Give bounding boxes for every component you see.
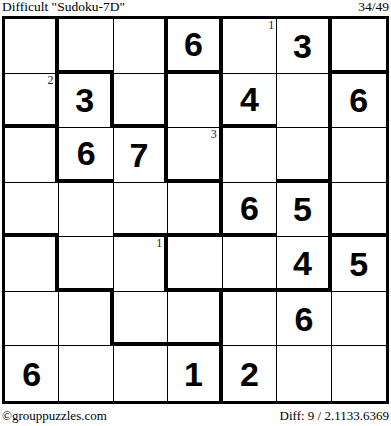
given-digit-r1c4: 6 <box>184 27 203 61</box>
corner-mark-r2c1: 2 <box>47 74 53 87</box>
cell-r1c1[interactable] <box>5 19 59 74</box>
cell-r1c7[interactable] <box>332 19 386 74</box>
cell-r4c2[interactable] <box>59 183 113 238</box>
puzzle-title: Difficult "Sudoku-7D" <box>2 0 125 14</box>
cell-r2c7[interactable]: 6 <box>332 74 386 129</box>
cell-r5c2[interactable] <box>59 237 113 292</box>
given-digit-r2c2: 3 <box>75 83 94 117</box>
cell-r6c4[interactable] <box>168 292 222 347</box>
cell-r7c1[interactable]: 6 <box>5 346 59 401</box>
cell-r3c3[interactable]: 7 <box>114 128 168 183</box>
cell-r3c6[interactable] <box>277 128 331 183</box>
cell-r4c7[interactable] <box>332 183 386 238</box>
cell-r2c5[interactable]: 4 <box>223 74 277 129</box>
cell-r5c6[interactable]: 4 <box>277 237 331 292</box>
cell-r5c3[interactable]: 1 <box>114 237 168 292</box>
cell-r3c7[interactable] <box>332 128 386 183</box>
cell-r3c1[interactable] <box>5 128 59 183</box>
cell-r2c6[interactable] <box>277 74 331 129</box>
cell-r2c2[interactable]: 3 <box>59 74 113 129</box>
cell-r2c4[interactable] <box>168 74 222 129</box>
cell-r7c3[interactable] <box>114 346 168 401</box>
corner-mark-r3c4: 3 <box>211 128 217 141</box>
header: Difficult "Sudoku-7D" 34/49 <box>2 0 389 15</box>
cell-r3c2[interactable]: 6 <box>59 128 113 183</box>
cell-r6c2[interactable] <box>59 292 113 347</box>
cell-r7c4[interactable]: 1 <box>168 346 222 401</box>
cell-r4c5[interactable]: 6 <box>223 183 277 238</box>
cell-r6c3[interactable] <box>114 292 168 347</box>
given-digit-r5c6: 4 <box>293 246 312 280</box>
given-digit-r7c5: 2 <box>240 357 259 391</box>
corner-mark-r5c3: 1 <box>156 237 162 250</box>
given-digit-r4c6: 5 <box>293 192 312 226</box>
cell-r7c5[interactable]: 2 <box>223 346 277 401</box>
cell-r1c6[interactable]: 3 <box>277 19 331 74</box>
given-digit-r7c4: 1 <box>184 357 203 391</box>
cell-r5c7[interactable]: 5 <box>332 237 386 292</box>
cell-r2c1[interactable]: 2 <box>5 74 59 129</box>
cell-r7c6[interactable] <box>277 346 331 401</box>
given-digit-r2c5: 4 <box>240 82 259 116</box>
cell-r5c1[interactable] <box>5 237 59 292</box>
cell-r4c4[interactable] <box>168 183 222 238</box>
given-digit-r7c1: 6 <box>22 357 41 391</box>
cell-r5c4[interactable] <box>168 237 222 292</box>
footer: ©grouppuzzles.com Diff: 9 / 2.1133.6369 <box>2 408 389 426</box>
cell-r1c5[interactable]: 1 <box>223 19 277 74</box>
sudoku-grid: 6132346673651456612 <box>2 16 389 404</box>
given-digit-r1c6: 3 <box>293 29 312 63</box>
cell-r3c5[interactable] <box>223 128 277 183</box>
given-digit-r2c7: 6 <box>349 83 368 117</box>
copyright-text: ©grouppuzzles.com <box>2 408 107 423</box>
cell-r6c7[interactable] <box>332 292 386 347</box>
puzzle-page: Difficult "Sudoku-7D" 34/49 613234667365… <box>0 0 391 426</box>
given-digit-r3c3: 7 <box>130 138 149 172</box>
puzzle-counter: 34/49 <box>358 0 389 14</box>
cell-r4c6[interactable]: 5 <box>277 183 331 238</box>
cell-r6c5[interactable] <box>223 292 277 347</box>
difficulty-text: Diff: 9 / 2.1133.6369 <box>280 408 389 423</box>
cell-r1c4[interactable]: 6 <box>168 19 222 74</box>
cell-r7c2[interactable] <box>59 346 113 401</box>
cell-r6c6[interactable]: 6 <box>277 292 331 347</box>
cell-r2c3[interactable] <box>114 74 168 129</box>
cell-r6c1[interactable] <box>5 292 59 347</box>
cell-r1c2[interactable] <box>59 19 113 74</box>
given-digit-r3c2: 6 <box>77 136 96 170</box>
given-digit-r4c5: 6 <box>240 191 259 225</box>
corner-mark-r1c5: 1 <box>268 19 274 32</box>
cell-r4c1[interactable] <box>5 183 59 238</box>
given-digit-r6c6: 6 <box>294 302 313 336</box>
cell-r3c4[interactable]: 3 <box>168 128 222 183</box>
cell-r5c5[interactable] <box>223 237 277 292</box>
cell-r4c3[interactable] <box>114 183 168 238</box>
cell-r1c3[interactable] <box>114 19 168 74</box>
cell-r7c7[interactable] <box>332 346 386 401</box>
given-digit-r5c7: 5 <box>349 247 368 281</box>
